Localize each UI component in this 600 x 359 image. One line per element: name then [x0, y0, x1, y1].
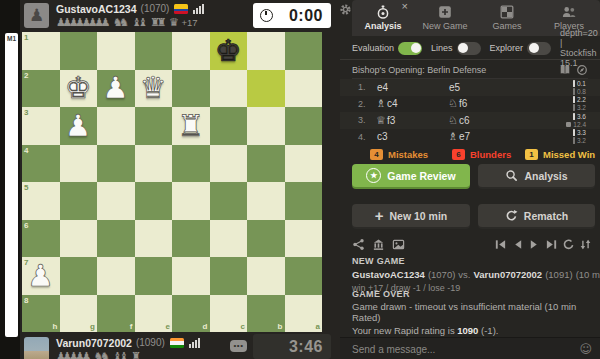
rank-label: 3	[24, 108, 28, 117]
square-g1[interactable]	[60, 32, 98, 70]
review-star-icon: ★	[366, 168, 381, 183]
square-b5[interactable]	[247, 182, 285, 220]
square-c3[interactable]	[210, 107, 248, 145]
bottom-player-clock: 3:46	[253, 334, 331, 359]
first-move-button[interactable]	[494, 238, 507, 251]
plus-icon: +	[375, 208, 384, 223]
chess-board[interactable]: 1♚2♚♟♛3♟♜4567♟8hgfedcba	[22, 32, 322, 332]
previous-move-button[interactable]	[511, 238, 524, 251]
image-icon[interactable]	[392, 238, 405, 251]
divider	[340, 59, 600, 60]
square-d2[interactable]	[172, 70, 210, 108]
white-eval: 3.3	[573, 129, 586, 136]
board-settings-gear-icon[interactable]	[339, 3, 352, 16]
move-number: 4.	[358, 132, 376, 142]
black-eval: 3.2	[573, 137, 586, 144]
square-a1[interactable]	[285, 32, 323, 70]
square-b6[interactable]	[247, 220, 285, 258]
tab-games[interactable]: Games	[476, 0, 538, 36]
message-input[interactable]	[340, 344, 579, 355]
square-d3[interactable]: ♜	[172, 107, 210, 145]
material-advantage: +17	[181, 17, 197, 28]
square-h3[interactable]: 3	[22, 107, 60, 145]
square-e3[interactable]	[135, 107, 173, 145]
rank-label: 1	[24, 33, 28, 42]
flip-board-icon[interactable]	[579, 238, 592, 251]
analysis-button[interactable]: Analysis	[478, 164, 595, 187]
square-a6[interactable]	[285, 220, 323, 258]
square-a4[interactable]	[285, 145, 323, 183]
tab-analysis[interactable]: Analysis×	[352, 0, 414, 36]
close-tab-icon[interactable]: ×	[402, 1, 408, 12]
game-over-reason: Game drawn - timeout vs insufficient mat…	[352, 301, 592, 323]
timer-icon	[260, 9, 273, 22]
rematch-button[interactable]: Rematch	[478, 204, 595, 227]
square-f1[interactable]	[97, 32, 135, 70]
square-a2[interactable]	[285, 70, 323, 108]
engine-toggles-row: EvaluationLinesExplorer depth=20 | Stock…	[352, 38, 600, 58]
colombia-flag-icon	[174, 4, 188, 14]
square-e8[interactable]: e	[135, 295, 173, 333]
square-a5[interactable]	[285, 182, 323, 220]
game-summary: 4Mistakes6Blunders1Missed Win	[340, 149, 600, 163]
library-icon[interactable]	[372, 238, 385, 251]
square-e6[interactable]	[135, 220, 173, 258]
square-g7[interactable]	[60, 257, 98, 295]
bottom-clock-time: 3:46	[253, 338, 331, 356]
top-player-avatar[interactable]: ♟	[24, 3, 49, 28]
toggle-explorer[interactable]: Explorer	[490, 42, 552, 55]
square-f7[interactable]	[97, 257, 135, 295]
opening-name: Bishop's Opening: Berlin Defense	[352, 65, 486, 75]
move-navigation	[494, 238, 592, 251]
square-c5[interactable]	[210, 182, 248, 220]
captured-pieces-group: ♝♝	[113, 350, 126, 359]
square-e2[interactable]: ♛	[135, 70, 173, 108]
rank-label: 2	[24, 71, 28, 80]
black-eval: 12.4	[566, 121, 586, 128]
move-number: 3.	[358, 115, 376, 125]
new-rating-line: Your new Rapid rating is 1090 (-1).	[352, 325, 592, 336]
square-f2[interactable]: ♟	[97, 70, 135, 108]
square-g6[interactable]	[60, 220, 98, 258]
square-a8[interactable]: a	[285, 295, 323, 333]
new-game-heading: NEW GAME	[352, 256, 592, 266]
square-f4[interactable]	[97, 145, 135, 183]
connection-bars-icon	[193, 4, 205, 14]
rank-label: 4	[24, 146, 28, 155]
black-move[interactable]: ♘f6	[448, 97, 520, 110]
white-move[interactable]: c3	[376, 131, 448, 142]
white-pawn-f2[interactable]: ♟	[97, 70, 135, 108]
bottom-player-bar: Varun07072002 (1090) ♟♟♟♟♟♞♞♝♝♜ ••• 3:46	[20, 334, 340, 359]
square-d7[interactable]	[172, 257, 210, 295]
summary-mistakes[interactable]: 4Mistakes	[370, 149, 428, 160]
white-eval: 2.2	[573, 96, 586, 103]
game-over-heading: GAME OVER	[352, 289, 592, 299]
square-b3[interactable]	[247, 107, 285, 145]
file-label: g	[90, 322, 95, 331]
square-g8[interactable]: g	[60, 295, 98, 333]
captured-pieces-group: ♟♟♟♟♟	[56, 350, 88, 359]
player2-name[interactable]: Varun07072002	[473, 269, 542, 280]
black-move[interactable]: e5	[448, 82, 520, 93]
magnifier-icon	[505, 169, 518, 182]
square-c4[interactable]	[210, 145, 248, 183]
captured-pieces-group: ♜	[131, 350, 137, 359]
move-row: 1.e4e50.10.8	[340, 79, 600, 96]
top-player-name[interactable]: GustavoAC1234	[56, 3, 137, 15]
opening-row[interactable]: Bishop's Opening: Berlin Defense	[352, 61, 588, 79]
captured-pieces-group: ♞♞	[94, 350, 107, 359]
file-label: h	[53, 322, 58, 331]
summary-missed-win[interactable]: 1Missed Win	[525, 149, 595, 160]
share-icon[interactable]	[352, 238, 365, 251]
square-c2[interactable]	[210, 70, 248, 108]
black-eval: 3.2	[573, 104, 586, 111]
white-pawn-h7[interactable]: ♟	[22, 257, 60, 295]
white-rook-d3[interactable]: ♜	[172, 107, 210, 145]
toggle-lines[interactable]: Lines	[431, 42, 481, 55]
captured-pieces-group: ♝♝	[132, 16, 145, 29]
opening-book-icon[interactable]	[559, 64, 571, 76]
square-e7[interactable]	[135, 257, 173, 295]
bottom-captured-pieces: ♟♟♟♟♟♞♞♝♝♜	[56, 350, 201, 359]
black-king-c1[interactable]: ♚	[210, 32, 248, 70]
white-pawn-g3[interactable]: ♟	[60, 107, 98, 145]
square-c1[interactable]: ♚	[210, 32, 248, 70]
explorer-compass-icon[interactable]	[576, 64, 588, 76]
bottom-player-name[interactable]: Varun07072002	[56, 337, 132, 349]
toggle-evaluation[interactable]: Evaluation	[352, 42, 422, 55]
square-e4[interactable]	[135, 145, 173, 183]
pawn-avatar-icon: ♟	[29, 3, 44, 28]
player1-name[interactable]: GustavoAC1234	[352, 269, 425, 280]
file-label: e	[166, 322, 170, 331]
tab-new-game[interactable]: New Game	[414, 0, 476, 36]
square-h6[interactable]: 6	[22, 220, 60, 258]
captured-pieces-group: ♛	[169, 16, 175, 29]
square-b1[interactable]	[247, 32, 285, 70]
square-e5[interactable]	[135, 182, 173, 220]
white-king-g2[interactable]: ♚	[60, 70, 98, 108]
square-f6[interactable]	[97, 220, 135, 258]
black-eval: 0.8	[573, 88, 586, 95]
move-number: 2.	[358, 99, 376, 109]
square-f8[interactable]: f	[97, 295, 135, 333]
move-row: 4.c3♗e73.33.2	[340, 129, 600, 146]
square-h8[interactable]: 8h	[22, 295, 60, 333]
move-row: 3.♕f3♘c63.612.4	[340, 112, 600, 129]
square-e1[interactable]	[135, 32, 173, 70]
toggles: EvaluationLinesExplorer	[352, 42, 560, 55]
black-move[interactable]: ♗e7	[448, 130, 520, 143]
rank-label: 5	[24, 183, 28, 192]
square-c7[interactable]	[210, 257, 248, 295]
emoji-smiley-icon[interactable]: ☺	[579, 342, 600, 356]
analysis-panel: Analysis×New GameGamesPlayers Evaluation…	[340, 0, 600, 359]
bottom-player-avatar[interactable]	[24, 337, 49, 359]
next-move-button[interactable]	[528, 238, 541, 251]
game-review-button[interactable]: ★ Game Review	[352, 164, 470, 187]
square-f3[interactable]	[97, 107, 135, 145]
file-label: b	[278, 322, 283, 331]
square-b4[interactable]	[247, 145, 285, 183]
india-flag-icon	[170, 338, 184, 348]
new-game-section: NEW GAME GustavoAC1234 (1070) vs. Varun0…	[352, 256, 592, 293]
new-10-min-button[interactable]: + New 10 min	[352, 204, 470, 227]
file-label: a	[316, 322, 320, 331]
chat-bubble-icon[interactable]: •••	[230, 340, 247, 352]
summary-blunders[interactable]: 6Blunders	[452, 149, 511, 160]
square-d4[interactable]	[172, 145, 210, 183]
square-h4[interactable]: 4	[22, 145, 60, 183]
captured-pieces-group: ♞♞	[113, 16, 126, 29]
file-label: d	[203, 322, 208, 331]
square-h2[interactable]: 2	[22, 70, 60, 108]
evaluation-bar: M1	[5, 33, 18, 337]
white-move[interactable]: e4	[376, 82, 448, 93]
square-c6[interactable]	[210, 220, 248, 258]
top-player-bar: ♟ GustavoAC1234 (1070) ♟♟♟♟♟♟♟♟♞♞♝♝♜♜♛+1…	[20, 0, 340, 32]
square-g4[interactable]	[60, 145, 98, 183]
captured-pieces-group: ♟♟♟♟♟♟♟♟	[56, 16, 107, 29]
square-f5[interactable]	[97, 182, 135, 220]
square-g3[interactable]: ♟	[60, 107, 98, 145]
move-number: 1.	[358, 82, 376, 92]
square-b7[interactable]	[247, 257, 285, 295]
square-h5[interactable]: 5	[22, 182, 60, 220]
white-eval: 3.6	[573, 113, 586, 120]
square-d1[interactable]	[172, 32, 210, 70]
file-label: f	[130, 322, 133, 331]
move-list: 1.e4e50.10.82.♗c4♘f62.23.23.♕f3♘c63.612.…	[340, 79, 600, 145]
connection-bars-icon	[189, 338, 201, 348]
square-g2[interactable]: ♚	[60, 70, 98, 108]
white-eval: 0.1	[573, 80, 586, 87]
square-h7[interactable]: 7♟	[22, 257, 60, 295]
white-queen-e2[interactable]: ♛	[135, 70, 173, 108]
square-d8[interactable]: d	[172, 295, 210, 333]
square-g5[interactable]	[60, 182, 98, 220]
file-label: c	[241, 322, 245, 331]
square-h1[interactable]: 1	[22, 32, 60, 70]
black-move[interactable]: ♘c6	[448, 114, 520, 127]
top-player-clock: 0:00	[253, 3, 331, 28]
move-row: 2.♗c4♘f62.23.2	[340, 96, 600, 113]
rank-label: 6	[24, 221, 28, 230]
matchup-line: GustavoAC1234 (1070) vs. Varun07072002 (…	[352, 268, 592, 281]
bottom-player-rating: (1090)	[136, 337, 165, 348]
square-a7[interactable]	[285, 257, 323, 295]
top-player-rating: (1070)	[141, 3, 170, 14]
top-captured-pieces: ♟♟♟♟♟♟♟♟♞♞♝♝♜♜♛+17	[56, 16, 205, 29]
white-move[interactable]: ♗c4	[376, 97, 448, 110]
evaluation-label: M1	[7, 35, 16, 337]
rematch-arrow-icon	[505, 209, 518, 222]
top-clock-time: 0:00	[273, 7, 331, 25]
captured-pieces-group: ♜♜	[150, 16, 163, 29]
square-d6[interactable]	[172, 220, 210, 258]
game-pane: M1 ♟ GustavoAC1234 (1070) ♟♟♟♟♟♟♟♟♞♞♝♝♜♜…	[0, 0, 340, 359]
square-a3[interactable]	[285, 107, 323, 145]
rank-label: 8	[24, 296, 28, 305]
white-move[interactable]: ♕f3	[376, 114, 448, 127]
square-b8[interactable]: b	[247, 295, 285, 333]
square-d5[interactable]	[172, 182, 210, 220]
restart-icon[interactable]	[562, 238, 575, 251]
square-c8[interactable]: c	[210, 295, 248, 333]
last-move-button[interactable]	[545, 238, 558, 251]
chat-bar: ☺	[340, 337, 600, 359]
square-b2[interactable]	[247, 70, 285, 108]
